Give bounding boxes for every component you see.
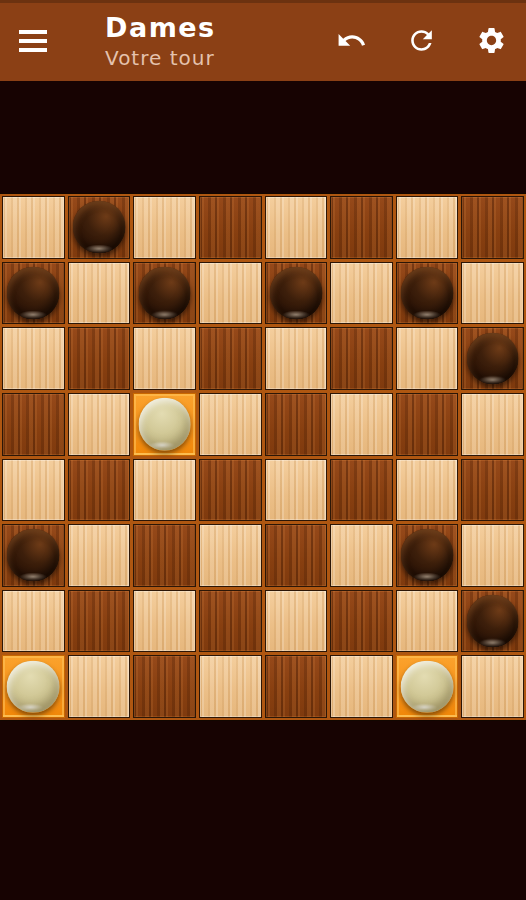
dark-piece[interactable] [401, 529, 454, 582]
board-square-r3c3[interactable] [199, 393, 262, 456]
board-square-r6c2[interactable] [133, 590, 196, 653]
board [0, 193, 526, 721]
board-square-r6c4[interactable] [265, 590, 328, 653]
dark-piece[interactable] [73, 201, 126, 254]
dark-piece[interactable] [138, 267, 191, 320]
board-square-r5c5[interactable] [330, 524, 393, 587]
dark-piece[interactable] [7, 267, 60, 320]
board-square-r6c3[interactable] [199, 590, 262, 653]
board-square-r4c4[interactable] [265, 459, 328, 522]
board-square-r5c3[interactable] [199, 524, 262, 587]
board-square-r4c7[interactable] [461, 459, 524, 522]
board-square-r2c7[interactable] [461, 327, 524, 390]
board-square-r7c7[interactable] [461, 655, 524, 718]
dark-piece[interactable] [7, 529, 60, 582]
menu-button[interactable] [19, 30, 49, 52]
board-square-r5c2[interactable] [133, 524, 196, 587]
board-square-r0c1[interactable] [68, 196, 131, 259]
board-square-r2c1[interactable] [68, 327, 131, 390]
dark-piece[interactable] [401, 267, 454, 320]
board-square-r0c7[interactable] [461, 196, 524, 259]
dark-piece[interactable] [269, 267, 322, 320]
board-square-r6c0[interactable] [2, 590, 65, 653]
board-square-r4c6[interactable] [396, 459, 459, 522]
board-square-r4c5[interactable] [330, 459, 393, 522]
board-square-r6c5[interactable] [330, 590, 393, 653]
board-square-r0c6[interactable] [396, 196, 459, 259]
board-square-r7c2[interactable] [133, 655, 196, 718]
board-square-r7c3[interactable] [199, 655, 262, 718]
board-square-r2c5[interactable] [330, 327, 393, 390]
board-square-r6c1[interactable] [68, 590, 131, 653]
board-square-r5c0[interactable] [2, 524, 65, 587]
board-square-r1c1[interactable] [68, 262, 131, 325]
board-square-r5c6[interactable] [396, 524, 459, 587]
dark-piece[interactable] [466, 595, 519, 648]
board-square-r3c6[interactable] [396, 393, 459, 456]
light-piece[interactable] [401, 660, 454, 713]
settings-icon [476, 25, 507, 56]
board-square-r0c3[interactable] [199, 196, 262, 259]
board-square-r1c2[interactable] [133, 262, 196, 325]
board-square-r3c0[interactable] [2, 393, 65, 456]
board-square-r3c4[interactable] [265, 393, 328, 456]
undo-icon [336, 25, 367, 56]
board-square-r5c1[interactable] [68, 524, 131, 587]
board-square-r6c6[interactable] [396, 590, 459, 653]
board-square-r7c6[interactable] [396, 655, 459, 718]
board-square-r0c4[interactable] [265, 196, 328, 259]
board-square-r2c3[interactable] [199, 327, 262, 390]
light-piece[interactable] [7, 660, 60, 713]
board-square-r0c2[interactable] [133, 196, 196, 259]
board-square-r1c3[interactable] [199, 262, 262, 325]
board-square-r7c0[interactable] [2, 655, 65, 718]
board-square-r4c0[interactable] [2, 459, 65, 522]
board-square-r6c7[interactable] [461, 590, 524, 653]
board-square-r4c3[interactable] [199, 459, 262, 522]
refresh-icon [406, 25, 437, 56]
app-header: Dames Votre tour [0, 0, 526, 81]
board-square-r1c7[interactable] [461, 262, 524, 325]
board-square-r1c6[interactable] [396, 262, 459, 325]
light-piece[interactable] [138, 398, 191, 451]
turn-status: Votre tour [105, 46, 216, 70]
undo-button[interactable] [336, 25, 367, 56]
header-actions [336, 25, 507, 56]
board-square-r2c2[interactable] [133, 327, 196, 390]
board-square-r5c7[interactable] [461, 524, 524, 587]
settings-button[interactable] [476, 25, 507, 56]
board-square-r1c5[interactable] [330, 262, 393, 325]
board-square-r7c1[interactable] [68, 655, 131, 718]
board-square-r5c4[interactable] [265, 524, 328, 587]
board-square-r3c5[interactable] [330, 393, 393, 456]
board-square-r3c1[interactable] [68, 393, 131, 456]
board-square-r2c6[interactable] [396, 327, 459, 390]
dark-piece[interactable] [466, 332, 519, 385]
menu-icon [19, 30, 47, 34]
page-title: Dames [105, 13, 216, 43]
board-square-r3c7[interactable] [461, 393, 524, 456]
board-square-r4c1[interactable] [68, 459, 131, 522]
refresh-button[interactable] [406, 25, 437, 56]
board-square-r2c0[interactable] [2, 327, 65, 390]
board-square-r4c2[interactable] [133, 459, 196, 522]
board-square-r0c5[interactable] [330, 196, 393, 259]
title-block: Dames Votre tour [105, 13, 216, 71]
board-square-r1c4[interactable] [265, 262, 328, 325]
board-square-r1c0[interactable] [2, 262, 65, 325]
board-square-r7c4[interactable] [265, 655, 328, 718]
board-square-r2c4[interactable] [265, 327, 328, 390]
board-square-r7c5[interactable] [330, 655, 393, 718]
board-square-r3c2[interactable] [133, 393, 196, 456]
board-square-r0c0[interactable] [2, 196, 65, 259]
